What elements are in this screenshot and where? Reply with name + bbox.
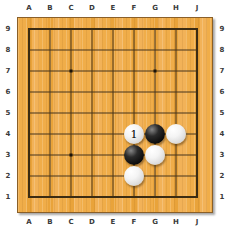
stone-white-G3 bbox=[145, 145, 165, 165]
coord-label-left-9: 9 bbox=[6, 26, 11, 33]
coord-label-right-5: 5 bbox=[220, 110, 225, 117]
coord-label-left-8: 8 bbox=[6, 47, 11, 54]
coord-label-right-6: 6 bbox=[220, 89, 225, 96]
coord-label-top-G: G bbox=[152, 5, 158, 12]
hoshi-point bbox=[70, 70, 73, 73]
coord-label-left-7: 7 bbox=[6, 68, 11, 75]
coord-label-right-4: 4 bbox=[220, 131, 225, 138]
coord-label-right-2: 2 bbox=[220, 173, 225, 180]
coord-label-top-A: A bbox=[26, 5, 31, 12]
coord-label-left-6: 6 bbox=[6, 89, 11, 96]
go-problem-diagram: AABBCCDDEEFFGGHHJJ9988776655443322111 bbox=[0, 0, 230, 230]
stone-white-H4 bbox=[166, 124, 186, 144]
board-grid bbox=[27, 27, 199, 199]
coord-label-bottom-H: H bbox=[173, 219, 179, 226]
move-number-label: 1 bbox=[124, 124, 144, 144]
coord-label-right-1: 1 bbox=[220, 194, 225, 201]
coord-label-top-E: E bbox=[111, 5, 116, 12]
coord-label-right-9: 9 bbox=[220, 26, 225, 33]
coord-label-right-7: 7 bbox=[220, 68, 225, 75]
stone-white-F2 bbox=[124, 166, 144, 186]
hoshi-point bbox=[70, 154, 73, 157]
coord-label-bottom-D: D bbox=[89, 219, 95, 226]
coord-label-bottom-F: F bbox=[132, 219, 137, 226]
coord-label-top-B: B bbox=[47, 5, 52, 12]
hoshi-point bbox=[154, 70, 157, 73]
coord-label-top-F: F bbox=[132, 5, 137, 12]
stone-black-G4 bbox=[145, 124, 165, 144]
coord-label-left-1: 1 bbox=[6, 194, 11, 201]
coord-label-bottom-J: J bbox=[196, 219, 199, 226]
coord-label-bottom-C: C bbox=[68, 219, 73, 226]
coord-label-right-8: 8 bbox=[220, 47, 225, 54]
coord-label-left-5: 5 bbox=[6, 110, 11, 117]
stone-white-F4: 1 bbox=[124, 124, 144, 144]
coord-label-top-H: H bbox=[173, 5, 179, 12]
coord-label-bottom-G: G bbox=[152, 219, 158, 226]
coord-label-top-D: D bbox=[89, 5, 95, 12]
coord-label-bottom-A: A bbox=[26, 219, 31, 226]
coord-label-top-C: C bbox=[68, 5, 73, 12]
stone-black-F3 bbox=[124, 145, 144, 165]
coord-label-left-3: 3 bbox=[6, 152, 11, 159]
coord-label-bottom-B: B bbox=[47, 219, 52, 226]
coord-label-left-4: 4 bbox=[6, 131, 11, 138]
coord-label-left-2: 2 bbox=[6, 173, 11, 180]
coord-label-right-3: 3 bbox=[220, 152, 225, 159]
coord-label-top-J: J bbox=[196, 5, 199, 12]
coord-label-bottom-E: E bbox=[111, 219, 116, 226]
